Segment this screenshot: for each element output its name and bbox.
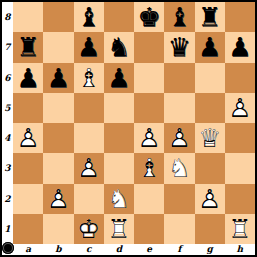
square-h1[interactable]: ♜♖ bbox=[225, 214, 255, 244]
square-d7[interactable]: ♞ bbox=[104, 32, 134, 62]
square-a7[interactable]: ♜ bbox=[13, 32, 43, 62]
square-e3[interactable]: ♝♗ bbox=[134, 153, 164, 183]
rank-label-8: 8 bbox=[2, 2, 13, 32]
square-a3[interactable] bbox=[13, 153, 43, 183]
file-label-c: c bbox=[74, 244, 104, 255]
square-g5[interactable] bbox=[195, 93, 225, 123]
piece-white-pawn-outline: ♙ bbox=[74, 153, 104, 183]
square-b3[interactable] bbox=[43, 153, 73, 183]
piece-black-pawn[interactable]: ♟ bbox=[104, 63, 134, 93]
file-label-f: f bbox=[164, 244, 194, 255]
square-d3[interactable] bbox=[104, 153, 134, 183]
square-h3[interactable] bbox=[225, 153, 255, 183]
piece-white-rook-outline: ♖ bbox=[104, 214, 134, 244]
square-b1[interactable] bbox=[43, 214, 73, 244]
rank-label-4: 4 bbox=[2, 123, 13, 153]
square-g3[interactable] bbox=[195, 153, 225, 183]
rank-labels: 87654321 bbox=[2, 2, 13, 244]
square-b2[interactable]: ♟♙ bbox=[43, 184, 73, 214]
file-label-b: b bbox=[43, 244, 73, 255]
square-h6[interactable] bbox=[225, 63, 255, 93]
square-c4[interactable] bbox=[74, 123, 104, 153]
piece-black-rook[interactable]: ♜ bbox=[13, 32, 43, 62]
square-f4[interactable]: ♟♙ bbox=[164, 123, 194, 153]
square-a4[interactable]: ♟♙ bbox=[13, 123, 43, 153]
piece-black-queen[interactable]: ♛ bbox=[164, 32, 194, 62]
piece-white-bishop-outline: ♗ bbox=[134, 153, 164, 183]
square-d4[interactable] bbox=[104, 123, 134, 153]
square-b4[interactable] bbox=[43, 123, 73, 153]
square-c6[interactable]: ♝♗ bbox=[74, 63, 104, 93]
square-c7[interactable]: ♟ bbox=[74, 32, 104, 62]
square-c2[interactable] bbox=[74, 184, 104, 214]
rank-label-6: 6 bbox=[2, 63, 13, 93]
square-e6[interactable] bbox=[134, 63, 164, 93]
piece-white-pawn-outline: ♙ bbox=[43, 184, 73, 214]
square-f5[interactable] bbox=[164, 93, 194, 123]
square-h5[interactable]: ♟♙ bbox=[225, 93, 255, 123]
file-label-g: g bbox=[195, 244, 225, 255]
square-f3[interactable]: ♞♘ bbox=[164, 153, 194, 183]
piece-white-king-outline: ♔ bbox=[74, 214, 104, 244]
square-h4[interactable] bbox=[225, 123, 255, 153]
square-a6[interactable]: ♟ bbox=[13, 63, 43, 93]
square-b8[interactable] bbox=[43, 2, 73, 32]
square-f8[interactable]: ♝ bbox=[164, 2, 194, 32]
piece-black-pawn[interactable]: ♟ bbox=[195, 32, 225, 62]
piece-black-king[interactable]: ♚ bbox=[134, 2, 164, 32]
square-g6[interactable] bbox=[195, 63, 225, 93]
rank-label-2: 2 bbox=[2, 184, 13, 214]
square-f7[interactable]: ♛ bbox=[164, 32, 194, 62]
square-a2[interactable] bbox=[13, 184, 43, 214]
file-label-a: a bbox=[13, 244, 43, 255]
square-b5[interactable] bbox=[43, 93, 73, 123]
square-d6[interactable]: ♟ bbox=[104, 63, 134, 93]
square-h7[interactable]: ♟ bbox=[225, 32, 255, 62]
piece-white-rook-outline: ♖ bbox=[225, 214, 255, 244]
square-c8[interactable]: ♝ bbox=[74, 2, 104, 32]
square-e1[interactable] bbox=[134, 214, 164, 244]
square-e8[interactable]: ♚ bbox=[134, 2, 164, 32]
piece-black-rook[interactable]: ♜ bbox=[195, 2, 225, 32]
file-label-e: e bbox=[134, 244, 164, 255]
square-h2[interactable] bbox=[225, 184, 255, 214]
piece-black-pawn[interactable]: ♟ bbox=[13, 63, 43, 93]
piece-white-knight-outline: ♘ bbox=[164, 153, 194, 183]
rank-label-1: 1 bbox=[2, 214, 13, 244]
square-e4[interactable]: ♟♙ bbox=[134, 123, 164, 153]
rank-label-3: 3 bbox=[2, 153, 13, 183]
file-label-d: d bbox=[104, 244, 134, 255]
square-d5[interactable] bbox=[104, 93, 134, 123]
piece-black-knight[interactable]: ♞ bbox=[104, 32, 134, 62]
piece-white-queen-outline: ♕ bbox=[195, 123, 225, 153]
square-f6[interactable] bbox=[164, 63, 194, 93]
piece-black-bishop[interactable]: ♝ bbox=[164, 2, 194, 32]
piece-black-pawn[interactable]: ♟ bbox=[225, 32, 255, 62]
square-c5[interactable] bbox=[74, 93, 104, 123]
file-label-h: h bbox=[225, 244, 255, 255]
piece-black-bishop[interactable]: ♝ bbox=[74, 2, 104, 32]
square-b7[interactable] bbox=[43, 32, 73, 62]
square-g2[interactable]: ♟♙ bbox=[195, 184, 225, 214]
chess-board: 87654321 ♝♚♝♜♜♟♞♛♟♟♟♟♝♗♟♟♙♟♙♟♙♟♙♛♕♟♙♝♗♞♘… bbox=[0, 0, 257, 257]
black-to-move-indicator bbox=[2, 242, 14, 254]
square-d2[interactable]: ♞♘ bbox=[104, 184, 134, 214]
piece-white-pawn-outline: ♙ bbox=[134, 123, 164, 153]
piece-white-pawn-outline: ♙ bbox=[13, 123, 43, 153]
square-f1[interactable] bbox=[164, 214, 194, 244]
rank-label-5: 5 bbox=[2, 93, 13, 123]
square-c1[interactable]: ♚♔ bbox=[74, 214, 104, 244]
piece-white-knight-outline: ♘ bbox=[104, 184, 134, 214]
square-g4[interactable]: ♛♕ bbox=[195, 123, 225, 153]
piece-white-pawn-outline: ♙ bbox=[225, 93, 255, 123]
square-d1[interactable]: ♜♖ bbox=[104, 214, 134, 244]
square-b6[interactable]: ♟ bbox=[43, 63, 73, 93]
piece-black-pawn[interactable]: ♟ bbox=[43, 63, 73, 93]
square-d8[interactable] bbox=[104, 2, 134, 32]
piece-white-pawn-outline: ♙ bbox=[195, 184, 225, 214]
file-labels: abcdefgh bbox=[13, 244, 255, 255]
square-e2[interactable] bbox=[134, 184, 164, 214]
square-g7[interactable]: ♟ bbox=[195, 32, 225, 62]
square-g1[interactable] bbox=[195, 214, 225, 244]
piece-white-bishop-outline: ♗ bbox=[74, 63, 104, 93]
board-grid: ♝♚♝♜♜♟♞♛♟♟♟♟♝♗♟♟♙♟♙♟♙♟♙♛♕♟♙♝♗♞♘♟♙♞♘♟♙♚♔♜… bbox=[13, 2, 255, 244]
square-a1[interactable] bbox=[13, 214, 43, 244]
square-c3[interactable]: ♟♙ bbox=[74, 153, 104, 183]
square-h8[interactable] bbox=[225, 2, 255, 32]
square-f2[interactable] bbox=[164, 184, 194, 214]
piece-white-pawn-outline: ♙ bbox=[164, 123, 194, 153]
square-a5[interactable] bbox=[13, 93, 43, 123]
square-e7[interactable] bbox=[134, 32, 164, 62]
square-a8[interactable] bbox=[13, 2, 43, 32]
square-g8[interactable]: ♜ bbox=[195, 2, 225, 32]
square-e5[interactable] bbox=[134, 93, 164, 123]
rank-label-7: 7 bbox=[2, 32, 13, 62]
piece-black-pawn[interactable]: ♟ bbox=[74, 32, 104, 62]
